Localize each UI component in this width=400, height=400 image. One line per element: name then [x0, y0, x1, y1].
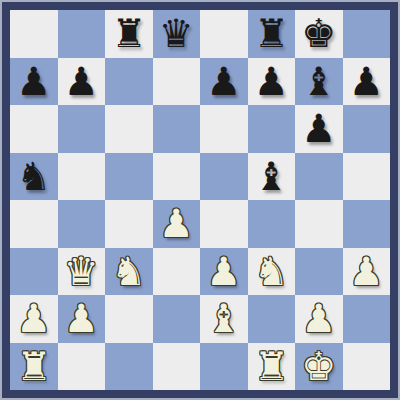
square-f1[interactable]: ♜ [248, 343, 296, 391]
square-c1[interactable] [105, 343, 153, 391]
square-d1[interactable] [153, 343, 201, 391]
square-g3[interactable] [295, 248, 343, 296]
square-c2[interactable] [105, 295, 153, 343]
square-e3[interactable]: ♟ [200, 248, 248, 296]
square-g5[interactable] [295, 153, 343, 201]
piece-black-bishop: ♝ [254, 153, 289, 201]
piece-black-pawn: ♟ [16, 58, 51, 106]
square-d8[interactable]: ♛ [153, 10, 201, 58]
square-e2[interactable]: ♝ [200, 295, 248, 343]
square-h8[interactable] [343, 10, 391, 58]
piece-black-knight: ♞ [16, 153, 51, 201]
piece-black-pawn: ♟ [254, 58, 289, 106]
piece-black-pawn: ♟ [301, 105, 336, 153]
square-h6[interactable] [343, 105, 391, 153]
square-d5[interactable] [153, 153, 201, 201]
square-d2[interactable] [153, 295, 201, 343]
square-b6[interactable] [58, 105, 106, 153]
square-h2[interactable] [343, 295, 391, 343]
piece-black-king: ♚ [301, 10, 336, 58]
square-b5[interactable] [58, 153, 106, 201]
square-e6[interactable] [200, 105, 248, 153]
square-c4[interactable] [105, 200, 153, 248]
square-b8[interactable] [58, 10, 106, 58]
piece-black-bishop: ♝ [301, 58, 336, 106]
square-b2[interactable]: ♟ [58, 295, 106, 343]
chess-board: ♜♛♜♚♟♟♟♟♝♟♟♞♝♟♛♞♟♞♟♟♟♝♟♜♜♚ [10, 10, 390, 390]
square-h3[interactable]: ♟ [343, 248, 391, 296]
square-c8[interactable]: ♜ [105, 10, 153, 58]
square-d6[interactable] [153, 105, 201, 153]
piece-black-queen: ♛ [159, 10, 194, 58]
square-e5[interactable] [200, 153, 248, 201]
square-h7[interactable]: ♟ [343, 58, 391, 106]
piece-white-pawn: ♟ [159, 200, 194, 248]
square-c3[interactable]: ♞ [105, 248, 153, 296]
square-a8[interactable] [10, 10, 58, 58]
square-b7[interactable]: ♟ [58, 58, 106, 106]
square-b1[interactable] [58, 343, 106, 391]
square-e7[interactable]: ♟ [200, 58, 248, 106]
square-e1[interactable] [200, 343, 248, 391]
square-f5[interactable]: ♝ [248, 153, 296, 201]
square-h1[interactable] [343, 343, 391, 391]
square-h4[interactable] [343, 200, 391, 248]
chess-board-frame: ♜♛♜♚♟♟♟♟♝♟♟♞♝♟♛♞♟♞♟♟♟♝♟♜♜♚ [0, 0, 400, 400]
piece-white-pawn: ♟ [16, 295, 51, 343]
square-a5[interactable]: ♞ [10, 153, 58, 201]
square-h5[interactable] [343, 153, 391, 201]
square-g4[interactable] [295, 200, 343, 248]
square-g8[interactable]: ♚ [295, 10, 343, 58]
square-c6[interactable] [105, 105, 153, 153]
piece-white-pawn: ♟ [64, 295, 99, 343]
square-f6[interactable] [248, 105, 296, 153]
piece-white-bishop: ♝ [206, 295, 241, 343]
piece-white-rook: ♜ [254, 343, 289, 391]
piece-black-pawn: ♟ [64, 58, 99, 106]
square-b4[interactable] [58, 200, 106, 248]
square-a1[interactable]: ♜ [10, 343, 58, 391]
piece-white-pawn: ♟ [206, 248, 241, 296]
piece-white-pawn: ♟ [301, 295, 336, 343]
piece-black-pawn: ♟ [206, 58, 241, 106]
square-f2[interactable] [248, 295, 296, 343]
square-d3[interactable] [153, 248, 201, 296]
square-e8[interactable] [200, 10, 248, 58]
square-d7[interactable] [153, 58, 201, 106]
piece-black-rook: ♜ [111, 10, 146, 58]
square-d4[interactable]: ♟ [153, 200, 201, 248]
piece-white-knight: ♞ [111, 248, 146, 296]
piece-white-queen: ♛ [64, 248, 99, 296]
piece-white-rook: ♜ [16, 343, 51, 391]
square-a7[interactable]: ♟ [10, 58, 58, 106]
square-g2[interactable]: ♟ [295, 295, 343, 343]
square-f4[interactable] [248, 200, 296, 248]
square-c5[interactable] [105, 153, 153, 201]
square-f7[interactable]: ♟ [248, 58, 296, 106]
square-a3[interactable] [10, 248, 58, 296]
square-e4[interactable] [200, 200, 248, 248]
square-g1[interactable]: ♚ [295, 343, 343, 391]
piece-white-pawn: ♟ [349, 248, 384, 296]
square-b3[interactable]: ♛ [58, 248, 106, 296]
piece-black-pawn: ♟ [349, 58, 384, 106]
square-f8[interactable]: ♜ [248, 10, 296, 58]
piece-white-king: ♚ [301, 343, 336, 391]
square-a2[interactable]: ♟ [10, 295, 58, 343]
square-a4[interactable] [10, 200, 58, 248]
piece-black-rook: ♜ [254, 10, 289, 58]
piece-white-knight: ♞ [254, 248, 289, 296]
square-f3[interactable]: ♞ [248, 248, 296, 296]
square-c7[interactable] [105, 58, 153, 106]
square-a6[interactable] [10, 105, 58, 153]
square-g7[interactable]: ♝ [295, 58, 343, 106]
square-g6[interactable]: ♟ [295, 105, 343, 153]
